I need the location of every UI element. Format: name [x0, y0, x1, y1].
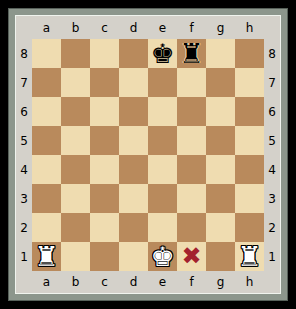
rank-label-8-left: 8: [16, 39, 32, 68]
file-label-e-bottom: e: [148, 271, 177, 293]
rank-label-5-left: 5: [16, 126, 32, 155]
rank-label-8-right: 8: [264, 39, 280, 68]
square-d4[interactable]: [119, 155, 148, 184]
square-b2[interactable]: [61, 213, 90, 242]
square-b7[interactable]: [61, 68, 90, 97]
square-c8[interactable]: [90, 39, 119, 68]
square-h4[interactable]: [235, 155, 264, 184]
square-c1[interactable]: [90, 242, 119, 271]
piece-white-king[interactable]: ♚: [150, 242, 174, 271]
square-e2[interactable]: [148, 213, 177, 242]
square-f8[interactable]: ♜: [177, 39, 206, 68]
file-label-c-bottom: c: [90, 271, 119, 293]
file-label-h-bottom: h: [235, 271, 264, 293]
square-a3[interactable]: [32, 184, 61, 213]
square-h3[interactable]: [235, 184, 264, 213]
square-h8[interactable]: [235, 39, 264, 68]
square-a8[interactable]: [32, 39, 61, 68]
file-label-b-top: b: [61, 16, 90, 39]
rank-label-4-left: 4: [16, 155, 32, 184]
square-c4[interactable]: [90, 155, 119, 184]
square-a7[interactable]: [32, 68, 61, 97]
square-e5[interactable]: [148, 126, 177, 155]
corner-bottom-right: [264, 271, 280, 293]
rank-label-2-left: 2: [16, 213, 32, 242]
file-label-d-bottom: d: [119, 271, 148, 293]
rank-label-1-left: 1: [16, 242, 32, 271]
rank-label-6-left: 6: [16, 97, 32, 126]
file-label-b-bottom: b: [61, 271, 90, 293]
square-d3[interactable]: [119, 184, 148, 213]
file-label-c-top: c: [90, 16, 119, 39]
square-c6[interactable]: [90, 97, 119, 126]
square-f6[interactable]: [177, 97, 206, 126]
square-b6[interactable]: [61, 97, 90, 126]
square-e1[interactable]: ♚: [148, 242, 177, 271]
corner-top-right: [264, 16, 280, 39]
square-f7[interactable]: [177, 68, 206, 97]
rank-label-3-right: 3: [264, 184, 280, 213]
file-label-e-top: e: [148, 16, 177, 39]
rank-label-2-right: 2: [264, 213, 280, 242]
corner-bottom-left: [16, 271, 32, 293]
piece-black-rook[interactable]: ♜: [179, 39, 203, 68]
square-a1[interactable]: ♜: [32, 242, 61, 271]
file-label-d-top: d: [119, 16, 148, 39]
corner-top-left: [16, 16, 32, 39]
rank-label-1-right: 1: [264, 242, 280, 271]
square-e4[interactable]: [148, 155, 177, 184]
file-label-g-bottom: g: [206, 271, 235, 293]
board-frame: abcdefgh8♚♜87766554433221♜♚✖♜1abcdefgh: [8, 8, 288, 301]
square-c2[interactable]: [90, 213, 119, 242]
square-d5[interactable]: [119, 126, 148, 155]
rank-label-4-right: 4: [264, 155, 280, 184]
square-f5[interactable]: [177, 126, 206, 155]
rank-label-6-right: 6: [264, 97, 280, 126]
file-label-g-top: g: [206, 16, 235, 39]
piece-white-rook[interactable]: ♜: [237, 242, 261, 271]
square-f2[interactable]: [177, 213, 206, 242]
square-g5[interactable]: [206, 126, 235, 155]
rank-label-3-left: 3: [16, 184, 32, 213]
square-h6[interactable]: [235, 97, 264, 126]
square-d8[interactable]: [119, 39, 148, 68]
square-c7[interactable]: [90, 68, 119, 97]
square-g6[interactable]: [206, 97, 235, 126]
square-d7[interactable]: [119, 68, 148, 97]
square-c5[interactable]: [90, 126, 119, 155]
file-label-h-top: h: [235, 16, 264, 39]
chess-board-window: abcdefgh8♚♜87766554433221♜♚✖♜1abcdefgh: [0, 0, 296, 309]
square-g1[interactable]: [206, 242, 235, 271]
file-label-f-bottom: f: [177, 271, 206, 293]
file-label-a-top: a: [32, 16, 61, 39]
square-b4[interactable]: [61, 155, 90, 184]
piece-white-rook[interactable]: ♜: [34, 242, 58, 271]
square-g3[interactable]: [206, 184, 235, 213]
board-panel: abcdefgh8♚♜87766554433221♜♚✖♜1abcdefgh: [15, 15, 281, 294]
square-b8[interactable]: [61, 39, 90, 68]
square-g4[interactable]: [206, 155, 235, 184]
square-a5[interactable]: [32, 126, 61, 155]
square-e3[interactable]: [148, 184, 177, 213]
square-h2[interactable]: [235, 213, 264, 242]
square-h5[interactable]: [235, 126, 264, 155]
x-marker: ✖: [181, 242, 201, 271]
file-label-f-top: f: [177, 16, 206, 39]
square-e7[interactable]: [148, 68, 177, 97]
rank-label-7-right: 7: [264, 68, 280, 97]
square-e8[interactable]: ♚: [148, 39, 177, 68]
square-g2[interactable]: [206, 213, 235, 242]
square-d6[interactable]: [119, 97, 148, 126]
square-a6[interactable]: [32, 97, 61, 126]
square-e6[interactable]: [148, 97, 177, 126]
rank-label-7-left: 7: [16, 68, 32, 97]
square-h7[interactable]: [235, 68, 264, 97]
square-a4[interactable]: [32, 155, 61, 184]
square-f1[interactable]: ✖: [177, 242, 206, 271]
square-d2[interactable]: [119, 213, 148, 242]
square-b3[interactable]: [61, 184, 90, 213]
square-h1[interactable]: ♜: [235, 242, 264, 271]
square-g7[interactable]: [206, 68, 235, 97]
square-d1[interactable]: [119, 242, 148, 271]
file-label-a-bottom: a: [32, 271, 61, 293]
piece-black-king[interactable]: ♚: [150, 39, 174, 68]
square-b1[interactable]: [61, 242, 90, 271]
square-g8[interactable]: [206, 39, 235, 68]
square-c3[interactable]: [90, 184, 119, 213]
square-a2[interactable]: [32, 213, 61, 242]
rank-label-5-right: 5: [264, 126, 280, 155]
square-f3[interactable]: [177, 184, 206, 213]
square-b5[interactable]: [61, 126, 90, 155]
square-f4[interactable]: [177, 155, 206, 184]
